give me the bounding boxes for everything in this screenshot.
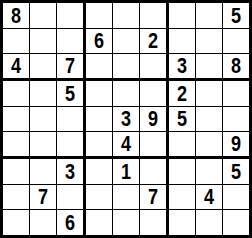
given-digit: 8 <box>11 5 21 27</box>
cell-r9c5[interactable] <box>113 210 140 235</box>
cell-r5c7[interactable]: 5 <box>169 107 196 132</box>
given-digit: 7 <box>38 186 48 208</box>
cell-r5c3[interactable] <box>57 107 86 132</box>
given-digit: 7 <box>65 55 75 77</box>
cell-r5c2[interactable] <box>30 107 57 132</box>
cell-r1c5[interactable] <box>113 3 140 29</box>
cell-r9c6[interactable] <box>140 210 169 235</box>
cell-r2c2[interactable] <box>30 29 57 54</box>
cell-r1c8[interactable] <box>196 3 223 29</box>
cell-r2c5[interactable] <box>113 29 140 54</box>
cell-r9c4[interactable] <box>86 210 113 235</box>
cell-r8c1[interactable] <box>3 185 30 210</box>
cell-r1c3[interactable] <box>57 3 86 29</box>
given-digit: 4 <box>121 133 131 155</box>
cell-r8c2[interactable]: 7 <box>30 185 57 210</box>
cell-r1c9[interactable]: 5 <box>223 3 249 29</box>
cell-r7c1[interactable] <box>3 159 30 185</box>
cell-r9c8[interactable] <box>196 210 223 235</box>
cell-r3c5[interactable] <box>113 54 140 81</box>
cell-r3c8[interactable] <box>196 54 223 81</box>
cell-r8c8[interactable]: 4 <box>196 185 223 210</box>
given-digit: 5 <box>65 83 75 105</box>
cell-r7c9[interactable]: 5 <box>223 159 249 185</box>
cell-r8c7[interactable] <box>169 185 196 210</box>
given-digit: 6 <box>65 212 75 234</box>
sudoku-board: 8562473852395493157746 <box>0 0 252 238</box>
cell-r7c5[interactable]: 1 <box>113 159 140 185</box>
cell-r3c4[interactable] <box>86 54 113 81</box>
cell-r7c7[interactable] <box>169 159 196 185</box>
cell-r8c6[interactable]: 7 <box>140 185 169 210</box>
cell-r8c3[interactable] <box>57 185 86 210</box>
cell-r2c1[interactable] <box>3 29 30 54</box>
cell-r9c7[interactable] <box>169 210 196 235</box>
given-digit: 2 <box>177 83 187 105</box>
given-digit: 4 <box>204 186 214 208</box>
given-digit: 3 <box>177 55 187 77</box>
given-digit: 5 <box>231 161 241 183</box>
cell-r1c2[interactable] <box>30 3 57 29</box>
given-digit: 6 <box>94 30 104 52</box>
cell-r3c6[interactable] <box>140 54 169 81</box>
cell-r9c2[interactable] <box>30 210 57 235</box>
given-digit: 3 <box>65 161 75 183</box>
given-digit: 8 <box>231 55 241 77</box>
cell-r2c7[interactable] <box>169 29 196 54</box>
cell-r2c4[interactable]: 6 <box>86 29 113 54</box>
cell-r4c4[interactable] <box>86 81 113 107</box>
cell-r6c3[interactable] <box>57 132 86 159</box>
sudoku-page: 8562473852395493157746 <box>0 0 252 238</box>
cell-r1c4[interactable] <box>86 3 113 29</box>
cell-r3c2[interactable] <box>30 54 57 81</box>
cell-r6c8[interactable] <box>196 132 223 159</box>
given-digit: 4 <box>11 55 21 77</box>
cell-r3c9[interactable]: 8 <box>223 54 249 81</box>
cell-r6c9[interactable]: 9 <box>223 132 249 159</box>
cell-r4c6[interactable] <box>140 81 169 107</box>
cell-r3c1[interactable]: 4 <box>3 54 30 81</box>
given-digit: 5 <box>177 108 187 130</box>
cell-r5c4[interactable] <box>86 107 113 132</box>
cell-r2c6[interactable]: 2 <box>140 29 169 54</box>
given-digit: 5 <box>231 5 241 27</box>
given-digit: 1 <box>121 161 131 183</box>
given-digit: 9 <box>231 133 241 155</box>
cell-r3c3[interactable]: 7 <box>57 54 86 81</box>
cell-r5c9[interactable] <box>223 107 249 132</box>
given-digit: 7 <box>148 186 158 208</box>
cell-r9c1[interactable] <box>3 210 30 235</box>
cell-r4c5[interactable] <box>113 81 140 107</box>
cell-r2c8[interactable] <box>196 29 223 54</box>
cell-r6c5[interactable]: 4 <box>113 132 140 159</box>
cell-r3c7[interactable]: 3 <box>169 54 196 81</box>
cell-r4c9[interactable] <box>223 81 249 107</box>
cell-r2c9[interactable] <box>223 29 249 54</box>
cell-r1c7[interactable] <box>169 3 196 29</box>
cell-r4c3[interactable]: 5 <box>57 81 86 107</box>
cell-r6c2[interactable] <box>30 132 57 159</box>
cell-r9c9[interactable] <box>223 210 249 235</box>
cell-r5c8[interactable] <box>196 107 223 132</box>
cell-r7c2[interactable] <box>30 159 57 185</box>
cell-r5c6[interactable]: 9 <box>140 107 169 132</box>
cell-r9c3[interactable]: 6 <box>57 210 86 235</box>
cell-r8c9[interactable] <box>223 185 249 210</box>
cell-r5c1[interactable] <box>3 107 30 132</box>
given-digit: 3 <box>121 108 131 130</box>
cell-r4c2[interactable] <box>30 81 57 107</box>
given-digit: 2 <box>148 30 158 52</box>
cell-r4c7[interactable]: 2 <box>169 81 196 107</box>
cell-r6c7[interactable] <box>169 132 196 159</box>
given-digit: 9 <box>148 108 158 130</box>
cell-r7c6[interactable] <box>140 159 169 185</box>
cell-r7c3[interactable]: 3 <box>57 159 86 185</box>
cell-r4c1[interactable] <box>3 81 30 107</box>
cell-r4c8[interactable] <box>196 81 223 107</box>
cell-r7c4[interactable] <box>86 159 113 185</box>
cell-r8c4[interactable] <box>86 185 113 210</box>
cell-r8c5[interactable] <box>113 185 140 210</box>
cell-r7c8[interactable] <box>196 159 223 185</box>
cell-r6c4[interactable] <box>86 132 113 159</box>
cell-r1c6[interactable] <box>140 3 169 29</box>
cell-r5c5[interactable]: 3 <box>113 107 140 132</box>
cell-r6c1[interactable] <box>3 132 30 159</box>
cell-r2c3[interactable] <box>57 29 86 54</box>
cell-r1c1[interactable]: 8 <box>3 3 30 29</box>
cell-r6c6[interactable] <box>140 132 169 159</box>
